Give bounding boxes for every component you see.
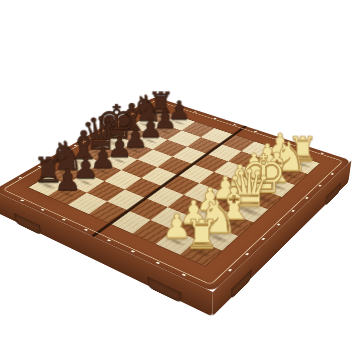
chess-set-photo: ♜♞♝♛♚♝♞♜♟♟♟♟♟♟♟♟♟♟♟♟♟♟♟♟♜♞♝♛♚♝♞♜ [0, 0, 360, 360]
board-foot [231, 269, 252, 300]
piece-black-pawn: ♟ [53, 163, 82, 194]
board-foot [14, 213, 42, 236]
piece-white-rook: ♜ [182, 212, 220, 253]
chess-board: ♜♞♝♛♚♝♞♜♟♟♟♟♟♟♟♟♟♟♟♟♟♟♟♟♜♞♝♛♚♝♞♜ [0, 97, 351, 292]
board-foot [148, 277, 182, 304]
board-foot [325, 182, 341, 206]
